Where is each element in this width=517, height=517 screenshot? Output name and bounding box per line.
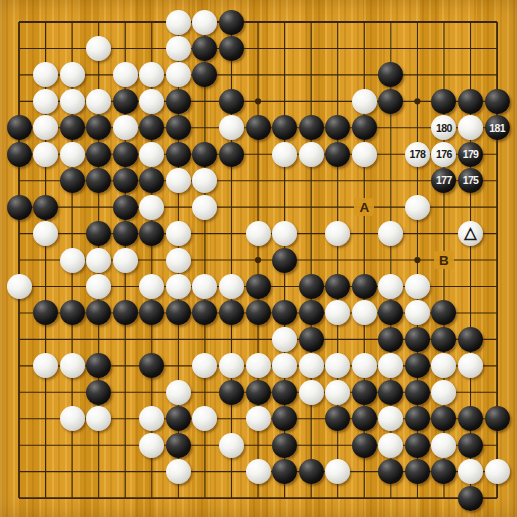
stone-black xyxy=(166,433,191,458)
stone-black xyxy=(325,142,350,167)
stone-white xyxy=(113,248,138,273)
stone-black xyxy=(192,142,217,167)
stone-white xyxy=(166,380,191,405)
stone-black xyxy=(352,433,377,458)
stone-black xyxy=(352,274,377,299)
stone-white xyxy=(378,433,403,458)
point-label-B: B xyxy=(434,251,454,269)
stone-black xyxy=(299,274,324,299)
stone-black xyxy=(352,406,377,431)
stone-white xyxy=(86,274,111,299)
stone-black xyxy=(458,486,483,511)
stone-white xyxy=(192,195,217,220)
stone-white xyxy=(33,89,58,114)
stone-black xyxy=(86,142,111,167)
stone-numbered-181: 181 xyxy=(485,115,510,140)
stone-black xyxy=(219,142,244,167)
stone-white xyxy=(166,459,191,484)
stone-black xyxy=(352,115,377,140)
stone-white xyxy=(246,221,271,246)
stone-white xyxy=(113,62,138,87)
stone-black xyxy=(166,406,191,431)
stone-black xyxy=(7,142,32,167)
stone-black xyxy=(7,115,32,140)
stone-black xyxy=(246,274,271,299)
stone-black xyxy=(299,459,324,484)
stone-black xyxy=(405,327,430,352)
stone-white xyxy=(86,248,111,273)
stone-black xyxy=(405,406,430,431)
stone-white xyxy=(139,142,164,167)
stone-black xyxy=(113,168,138,193)
stone-black xyxy=(219,380,244,405)
stone-black xyxy=(378,380,403,405)
stone-black xyxy=(458,327,483,352)
move-number-label: 177 xyxy=(436,175,452,186)
stone-black xyxy=(113,221,138,246)
stone-black xyxy=(272,380,297,405)
move-number-label: 180 xyxy=(436,123,452,134)
stone-white xyxy=(33,142,58,167)
stone-white xyxy=(166,36,191,61)
stone-white xyxy=(166,168,191,193)
stone-black xyxy=(113,142,138,167)
stone-white xyxy=(431,433,456,458)
stone-black xyxy=(60,115,85,140)
stone-black xyxy=(60,168,85,193)
stone-white xyxy=(60,62,85,87)
stone-black xyxy=(299,327,324,352)
stone-white xyxy=(166,10,191,35)
move-number-label: 181 xyxy=(489,123,505,134)
stone-black xyxy=(352,380,377,405)
stone-white xyxy=(166,248,191,273)
stone-white xyxy=(219,433,244,458)
stone-black xyxy=(246,380,271,405)
stone-white xyxy=(166,221,191,246)
stone-black xyxy=(86,380,111,405)
stone-white xyxy=(86,89,111,114)
stone-black xyxy=(458,89,483,114)
stone-white xyxy=(192,10,217,35)
move-number-label: 179 xyxy=(463,149,479,160)
move-number-label: 175 xyxy=(463,175,479,186)
stone-white xyxy=(299,380,324,405)
stone-white xyxy=(352,142,377,167)
stone-white xyxy=(86,36,111,61)
stone-white xyxy=(325,380,350,405)
stone-white xyxy=(458,459,483,484)
stone-white xyxy=(33,221,58,246)
move-number-label: 176 xyxy=(436,149,452,160)
stone-triangle-marked: △ xyxy=(458,221,483,246)
stone-white xyxy=(299,142,324,167)
stone-white xyxy=(60,353,85,378)
stone-white xyxy=(60,406,85,431)
stone-white xyxy=(272,327,297,352)
stone-white xyxy=(352,89,377,114)
stone-black xyxy=(166,142,191,167)
stone-white xyxy=(139,195,164,220)
go-board[interactable]: 180181178176179177175△AB xyxy=(0,0,517,517)
stone-white xyxy=(272,142,297,167)
stone-white xyxy=(60,142,85,167)
stone-white xyxy=(219,274,244,299)
stone-black xyxy=(485,406,510,431)
stone-black xyxy=(485,89,510,114)
stone-black xyxy=(246,300,271,325)
stone-white xyxy=(139,433,164,458)
stone-white xyxy=(246,459,271,484)
move-number-label: 178 xyxy=(410,149,426,160)
stone-black xyxy=(246,115,271,140)
stone-black xyxy=(33,195,58,220)
stone-black xyxy=(458,433,483,458)
stone-black xyxy=(219,89,244,114)
stone-white xyxy=(352,353,377,378)
stone-black xyxy=(219,10,244,35)
stone-black xyxy=(166,115,191,140)
stone-black xyxy=(299,300,324,325)
stone-white xyxy=(405,195,430,220)
stone-black xyxy=(166,89,191,114)
stone-numbered-179: 179 xyxy=(458,142,483,167)
stone-black xyxy=(405,380,430,405)
stone-white xyxy=(246,353,271,378)
stone-white xyxy=(246,406,271,431)
stone-black xyxy=(219,36,244,61)
stone-white xyxy=(485,459,510,484)
stone-black xyxy=(405,433,430,458)
stone-white xyxy=(113,115,138,140)
stone-white xyxy=(139,89,164,114)
stone-white xyxy=(405,274,430,299)
stone-black xyxy=(405,459,430,484)
stone-black xyxy=(113,89,138,114)
stone-black xyxy=(60,300,85,325)
triangle-marker-icon: △ xyxy=(464,225,476,241)
stone-white xyxy=(299,353,324,378)
stone-black xyxy=(272,248,297,273)
stone-black xyxy=(299,115,324,140)
stone-white xyxy=(166,274,191,299)
stone-black xyxy=(272,433,297,458)
stone-white xyxy=(60,89,85,114)
point-label-A: A xyxy=(354,198,374,216)
stone-white xyxy=(7,274,32,299)
stone-white xyxy=(60,248,85,273)
stone-numbered-178: 178 xyxy=(405,142,430,167)
stone-black xyxy=(7,195,32,220)
stone-black xyxy=(113,195,138,220)
